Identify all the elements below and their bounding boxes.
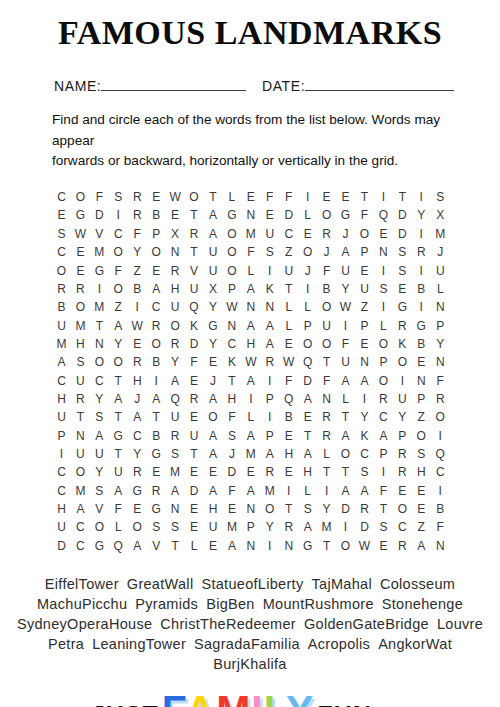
grid-cell: U [109, 463, 128, 481]
grid-cell: Y [355, 408, 374, 426]
logo-fun-text: FUN [317, 701, 371, 707]
grid-cell: I [355, 390, 374, 408]
grid-cell: B [317, 280, 336, 298]
grid-cell: T [71, 408, 90, 426]
grid-cell: E [185, 408, 204, 426]
word-list-item: BurjKhalifa [213, 656, 286, 672]
grid-cell: A [109, 390, 128, 408]
grid-cell: E [185, 518, 204, 536]
grid-cell: O [166, 316, 185, 334]
grid-cell: W [71, 225, 90, 243]
grid-cell: O [90, 353, 109, 371]
date-line [305, 89, 454, 91]
grid-cell: X [431, 206, 450, 224]
grid-cell: B [412, 335, 431, 353]
grid-cell: B [147, 353, 166, 371]
grid-cell: T [109, 371, 128, 389]
grid-cell: P [355, 243, 374, 261]
word-list: EiffelTowerGreatWallStatueofLibertyTajMa… [0, 574, 500, 674]
grid-cell: G [204, 316, 223, 334]
grid-cell: F [260, 188, 279, 206]
grid-cell: L [431, 280, 450, 298]
grid-cell: Y [90, 463, 109, 481]
grid-cell: N [90, 335, 109, 353]
grid-cell: P [355, 316, 374, 334]
grid-cell: E [393, 481, 412, 499]
grid-cell: I [336, 518, 355, 536]
grid-cell: R [128, 206, 147, 224]
grid-cell: N [431, 353, 450, 371]
grid-cell: F [374, 481, 393, 499]
grid-cell: L [298, 298, 317, 316]
grid-cell: D [185, 481, 204, 499]
grid-cell: E [355, 261, 374, 279]
grid-cell: E [241, 188, 260, 206]
grid-cell: A [166, 371, 185, 389]
grid-cell: I [260, 371, 279, 389]
grid-cell: I [374, 298, 393, 316]
grid-cell: G [109, 426, 128, 444]
grid-cell: E [412, 353, 431, 371]
grid-cell: U [336, 261, 355, 279]
grid-cell: T [393, 188, 412, 206]
word-list-item: EiffelTower [45, 576, 119, 592]
grid-cell: P [431, 316, 450, 334]
grid-cell: B [128, 280, 147, 298]
grid-cell: G [128, 481, 147, 499]
grid-cell: L [222, 188, 241, 206]
grid-cell: E [355, 335, 374, 353]
grid-cell: S [90, 408, 109, 426]
grid-cell: E [260, 206, 279, 224]
word-list-item: Acropolis [308, 636, 370, 652]
grid-cell: S [393, 243, 412, 261]
grid-cell: O [317, 298, 336, 316]
grid-cell: N [241, 500, 260, 518]
grid-cell: M [222, 518, 241, 536]
grid-cell: E [298, 225, 317, 243]
grid-cell: H [128, 371, 147, 389]
grid-cell: E [204, 353, 223, 371]
grid-cell: R [52, 280, 71, 298]
grid-cell: E [71, 243, 90, 261]
grid-cell: C [222, 335, 241, 353]
grid-cell: O [128, 518, 147, 536]
grid-cell: P [298, 316, 317, 334]
grid-cell: P [147, 225, 166, 243]
grid-cell: L [279, 298, 298, 316]
grid-cell: N [355, 353, 374, 371]
grid-cell: S [147, 518, 166, 536]
grid-cell: W [166, 188, 185, 206]
grid-cell: E [185, 371, 204, 389]
grid-cell: G [147, 445, 166, 463]
grid-cell: O [147, 243, 166, 261]
grid-cell: R [355, 500, 374, 518]
grid-cell: E [147, 463, 166, 481]
grid-cell: Y [431, 335, 450, 353]
date-label: DATE: [262, 78, 305, 95]
grid-cell: Y [260, 518, 279, 536]
grid-cell: A [222, 537, 241, 555]
grid-cell: Y [128, 445, 147, 463]
grid-cell: Q [431, 445, 450, 463]
grid-cell: U [279, 261, 298, 279]
grid-cell: Y [109, 335, 128, 353]
grid-cell: T [374, 500, 393, 518]
grid-cell: Z [412, 518, 431, 536]
grid-cell: R [393, 537, 412, 555]
grid-cell: E [128, 335, 147, 353]
grid-cell: R [147, 481, 166, 499]
grid-cell: L [374, 316, 393, 334]
grid-cell: F [317, 261, 336, 279]
grid-cell: T [279, 500, 298, 518]
grid-cell: A [241, 316, 260, 334]
grid-cell: E [147, 188, 166, 206]
grid-cell: L [185, 537, 204, 555]
grid-cell: P [393, 426, 412, 444]
grid-cell: U [166, 408, 185, 426]
grid-cell: G [90, 537, 109, 555]
word-list-line: BurjKhalifa [0, 654, 500, 674]
grid-cell: K [185, 316, 204, 334]
grid-cell: F [336, 335, 355, 353]
grid-cell: F [222, 481, 241, 499]
word-list-item: StatueofLiberty [201, 576, 303, 592]
grid-cell: O [109, 353, 128, 371]
grid-cell: A [260, 335, 279, 353]
grid-cell: R [128, 463, 147, 481]
grid-cell: O [393, 500, 412, 518]
grid-cell: P [241, 518, 260, 536]
grid-cell: I [412, 188, 431, 206]
word-list-line: MachuPicchuPyramidsBigBenMountRushmoreSt… [0, 594, 500, 614]
grid-cell: U [71, 371, 90, 389]
grid-cell: K [393, 335, 412, 353]
grid-cell: O [109, 280, 128, 298]
grid-cell: E [166, 206, 185, 224]
grid-cell: A [128, 537, 147, 555]
grid-cell: C [431, 463, 450, 481]
grid-cell: B [147, 426, 166, 444]
grid-cell: L [298, 206, 317, 224]
grid-cell: C [147, 298, 166, 316]
grid-cell: Y [412, 206, 431, 224]
grid-cell: E [128, 500, 147, 518]
word-list-item: Louvre [437, 616, 483, 632]
grid-cell: O [71, 463, 90, 481]
grid-cell: R [71, 280, 90, 298]
grid-cell: N [374, 243, 393, 261]
grid-cell: O [185, 188, 204, 206]
grid-cell: I [393, 371, 412, 389]
grid-cell: A [204, 481, 223, 499]
grid-cell: G [412, 316, 431, 334]
grid-cell: N [241, 298, 260, 316]
grid-cell: A [204, 426, 223, 444]
grid-cell: S [374, 280, 393, 298]
grid-cell: T [355, 188, 374, 206]
grid-cell: O [90, 518, 109, 536]
grid-cell: R [374, 390, 393, 408]
grid-cell: N [222, 316, 241, 334]
grid-cell: O [52, 261, 71, 279]
grid-cell: O [109, 243, 128, 261]
grid-cell: V [185, 261, 204, 279]
grid-cell: O [222, 243, 241, 261]
grid-cell: L [317, 445, 336, 463]
grid-cell: N [166, 500, 185, 518]
name-date-row: NAME: DATE: [54, 78, 454, 95]
grid-cell: N [71, 426, 90, 444]
word-list-item: MountRushmore [263, 596, 374, 612]
grid-cell: O [336, 445, 355, 463]
word-list-line: SydneyOperaHouseChristTheRedeemerGoldenG… [0, 614, 500, 634]
grid-cell: E [241, 463, 260, 481]
grid-cell: A [374, 426, 393, 444]
grid-cell: L [298, 481, 317, 499]
grid-cell: Z [279, 243, 298, 261]
grid-cell: S [412, 445, 431, 463]
word-list-item: SagradaFamilia [194, 636, 300, 652]
grid-cell: O [260, 500, 279, 518]
grid-cell: A [355, 481, 374, 499]
grid-cell: U [393, 390, 412, 408]
grid-cell: R [317, 225, 336, 243]
grid-cell: O [71, 298, 90, 316]
word-list-item: Pyramids [135, 596, 198, 612]
grid-cell: R [128, 188, 147, 206]
grid-cell: U [317, 316, 336, 334]
grid-cell: H [298, 463, 317, 481]
grid-cell: T [317, 537, 336, 555]
logo-family-letter: L [264, 687, 286, 707]
word-list-item: AngkorWat [378, 636, 452, 652]
grid-cell: I [90, 280, 109, 298]
grid-cell: D [185, 335, 204, 353]
grid-cell: O [222, 261, 241, 279]
grid-cell: J [204, 371, 223, 389]
grid-cell: Z [128, 261, 147, 279]
grid-cell: I [147, 371, 166, 389]
grid-cell: S [393, 261, 412, 279]
grid-cell: W [279, 353, 298, 371]
grid-cell: U [185, 280, 204, 298]
grid-cell: A [298, 518, 317, 536]
grid-cell: S [222, 426, 241, 444]
grid-cell: P [374, 445, 393, 463]
grid-cell: C [52, 481, 71, 499]
grid-cell: S [355, 463, 374, 481]
grid-cell: F [355, 206, 374, 224]
grid-cell: V [90, 225, 109, 243]
grid-cell: R [166, 426, 185, 444]
grid-cell: O [298, 335, 317, 353]
grid-cell: E [374, 225, 393, 243]
grid-cell: L [336, 390, 355, 408]
grid-cell: K [222, 353, 241, 371]
grid-cell: Y [317, 500, 336, 518]
word-list-item: SydneyOperaHouse [17, 616, 152, 632]
grid-cell: S [52, 225, 71, 243]
grid-cell: A [90, 426, 109, 444]
grid-cell: A [109, 481, 128, 499]
grid-cell: U [355, 280, 374, 298]
grid-cell: Y [204, 335, 223, 353]
grid-cell: R [412, 243, 431, 261]
grid-cell: Y [166, 353, 185, 371]
grid-cell: A [128, 408, 147, 426]
grid-cell: U [71, 445, 90, 463]
grid-cell: D [279, 206, 298, 224]
grid-cell: Q [374, 206, 393, 224]
grid-cell: E [412, 500, 431, 518]
grid-cell: E [412, 481, 431, 499]
grid-cell: P [222, 280, 241, 298]
grid-cell: A [52, 353, 71, 371]
grid-cell: E [52, 206, 71, 224]
grid-cell: P [412, 390, 431, 408]
grid-cell: N [317, 390, 336, 408]
grid-cell: F [279, 188, 298, 206]
grid-cell: Q [109, 537, 128, 555]
grid-cell: L [241, 261, 260, 279]
grid-cell: T [166, 537, 185, 555]
grid-cell: I [260, 261, 279, 279]
grid-cell: R [317, 426, 336, 444]
grid-cell: U [52, 316, 71, 334]
grid-cell: E [317, 188, 336, 206]
grid-cell: I [298, 188, 317, 206]
grid-cell: J [128, 390, 147, 408]
grid-cell: D [355, 518, 374, 536]
grid-cell: U [204, 243, 223, 261]
worksheet-page: FAMOUS LANDMARKS NAME: DATE: Find and ci… [0, 0, 500, 707]
grid-cell: F [241, 243, 260, 261]
grid-cell: A [298, 390, 317, 408]
grid-cell: U [336, 353, 355, 371]
grid-cell: O [431, 408, 450, 426]
grid-cell: E [374, 537, 393, 555]
grid-cell: U [431, 261, 450, 279]
grid-cell: F [109, 261, 128, 279]
grid-cell: D [90, 206, 109, 224]
grid-cell: M [317, 518, 336, 536]
grid-cell: G [336, 206, 355, 224]
word-list-item: Petra [48, 636, 84, 652]
grid-cell: R [393, 316, 412, 334]
grid-cell: U [260, 225, 279, 243]
grid-cell: M [166, 463, 185, 481]
grid-cell: E [222, 500, 241, 518]
grid-cell: Y [128, 243, 147, 261]
grid-cell: C [71, 518, 90, 536]
grid-cell: H [204, 500, 223, 518]
grid-cell: A [204, 206, 223, 224]
grid-cell: E [147, 261, 166, 279]
grid-cell: G [393, 298, 412, 316]
grid-cell: R [71, 390, 90, 408]
grid-cell: D [336, 500, 355, 518]
date-field: DATE: [262, 78, 454, 95]
word-list-item: Colosseum [380, 576, 455, 592]
grid-cell: T [109, 408, 128, 426]
grid-cell: G [298, 537, 317, 555]
grid-cell: D [222, 463, 241, 481]
grid-cell: T [185, 445, 204, 463]
grid-cell: E [185, 463, 204, 481]
grid-cell: G [222, 206, 241, 224]
grid-cell: T [109, 445, 128, 463]
grid-cell: S [109, 188, 128, 206]
grid-cell: A [71, 500, 90, 518]
grid-cell: A [241, 481, 260, 499]
grid-cell: I [374, 261, 393, 279]
word-list-item: MachuPicchu [37, 596, 127, 612]
grid-cell: Y [90, 390, 109, 408]
grid-cell: T [90, 316, 109, 334]
grid-cell: C [90, 371, 109, 389]
grid-cell: A [147, 390, 166, 408]
grid-cell: M [90, 298, 109, 316]
grid-cell: R [393, 463, 412, 481]
grid-cell: E [279, 335, 298, 353]
grid-cell: N [260, 298, 279, 316]
grid-cell: U [52, 408, 71, 426]
grid-cell: U [52, 518, 71, 536]
logo-just-text: JUST [91, 701, 159, 707]
grid-cell: S [71, 353, 90, 371]
word-list-item: TajMahal [311, 576, 371, 592]
grid-cell: U [90, 445, 109, 463]
grid-cell: A [412, 537, 431, 555]
grid-cell: T [279, 280, 298, 298]
grid-cell: O [412, 426, 431, 444]
grid-cell: I [298, 280, 317, 298]
brand-logo: JUSTFAMILYFUN.com [0, 687, 500, 707]
grid-cell: W [241, 353, 260, 371]
grid-cell: Z [109, 298, 128, 316]
grid-cell: I [374, 463, 393, 481]
grid-cell: A [260, 445, 279, 463]
grid-cell: J [222, 445, 241, 463]
grid-cell: Q [166, 390, 185, 408]
name-label: NAME: [54, 78, 101, 95]
grid-cell: C [71, 537, 90, 555]
grid-cell: I [241, 390, 260, 408]
grid-cell: E [204, 463, 223, 481]
grid-cell: T [336, 408, 355, 426]
grid-cell: R [431, 390, 450, 408]
grid-cell: H [52, 390, 71, 408]
grid-cell: T [185, 206, 204, 224]
grid-cell: G [71, 206, 90, 224]
grid-cell: A [336, 371, 355, 389]
grid-cell: L [241, 408, 260, 426]
grid-cell: O [374, 371, 393, 389]
grid-cell: R [147, 316, 166, 334]
grid-cell: O [393, 353, 412, 371]
grid-cell: B [52, 298, 71, 316]
grid-cell: N [166, 243, 185, 261]
word-list-item: LeaningTower [92, 636, 186, 652]
grid-cell: I [412, 225, 431, 243]
grid-cell: R [166, 261, 185, 279]
grid-cell: A [336, 481, 355, 499]
grid-cell: E [71, 261, 90, 279]
grid-cell: V [90, 500, 109, 518]
